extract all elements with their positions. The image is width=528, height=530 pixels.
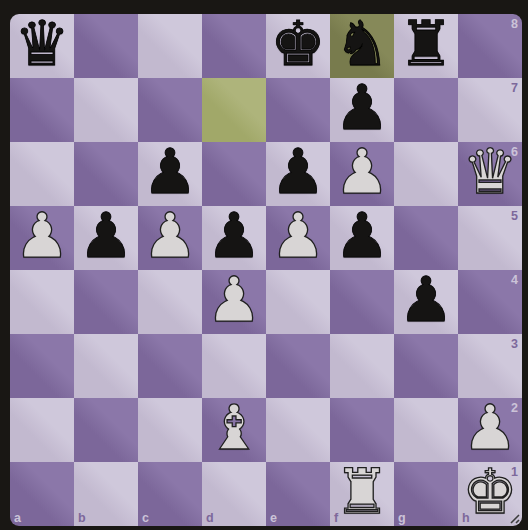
piece-white-queen[interactable]: ♛ [462,140,518,204]
square-g8[interactable]: ♜ [394,14,458,78]
square-a5[interactable]: ♟ [10,206,74,270]
square-h5[interactable]: 5 [458,206,522,270]
square-b4[interactable] [74,270,138,334]
piece-black-pawn[interactable]: ♟ [78,204,134,268]
square-d3[interactable] [202,334,266,398]
square-c2[interactable] [138,398,202,462]
piece-white-pawn[interactable]: ♟ [142,204,198,268]
square-g6[interactable] [394,142,458,206]
piece-black-queen[interactable]: ♛ [14,14,70,76]
square-g2[interactable] [394,398,458,462]
square-d8[interactable] [202,14,266,78]
square-e1[interactable]: e [266,462,330,526]
square-a8[interactable]: ♛ [10,14,74,78]
square-e6[interactable]: ♟ [266,142,330,206]
square-g4[interactable]: ♟ [394,270,458,334]
square-a4[interactable] [10,270,74,334]
square-c5[interactable]: ♟ [138,206,202,270]
piece-white-pawn[interactable]: ♟ [14,204,70,268]
piece-black-pawn[interactable]: ♟ [398,268,454,332]
square-d7[interactable] [202,78,266,142]
file-label-d: d [206,511,214,525]
square-d1[interactable]: d [202,462,266,526]
square-f5[interactable]: ♟ [330,206,394,270]
page-background: ♛♚♞♜8♟7♟♟♟♛6♟♟♟♟♟♟5♟♟43♝♟2abcde♜fg♚1h [0,0,528,530]
square-h2[interactable]: ♟2 [458,398,522,462]
piece-black-pawn[interactable]: ♟ [270,140,326,204]
square-e3[interactable] [266,334,330,398]
square-e5[interactable]: ♟ [266,206,330,270]
square-f2[interactable] [330,398,394,462]
piece-black-pawn[interactable]: ♟ [334,204,390,268]
square-e4[interactable] [266,270,330,334]
square-f4[interactable] [330,270,394,334]
square-g1[interactable]: g [394,462,458,526]
square-e8[interactable]: ♚ [266,14,330,78]
square-b8[interactable] [74,14,138,78]
chess-board: ♛♚♞♜8♟7♟♟♟♛6♟♟♟♟♟♟5♟♟43♝♟2abcde♜fg♚1h [10,14,522,526]
square-f1[interactable]: ♜f [330,462,394,526]
file-label-h: h [462,511,470,525]
piece-white-rook[interactable]: ♜ [334,460,390,524]
file-label-a: a [14,511,21,525]
square-f8[interactable]: ♞ [330,14,394,78]
square-a2[interactable] [10,398,74,462]
square-e7[interactable] [266,78,330,142]
file-label-g: g [398,511,406,525]
square-d6[interactable] [202,142,266,206]
piece-white-bishop[interactable]: ♝ [206,396,262,460]
square-e2[interactable] [266,398,330,462]
square-a7[interactable] [10,78,74,142]
square-c4[interactable] [138,270,202,334]
file-label-c: c [142,511,149,525]
square-h7[interactable]: 7 [458,78,522,142]
square-b2[interactable] [74,398,138,462]
square-c3[interactable] [138,334,202,398]
square-b3[interactable] [74,334,138,398]
rank-label-2: 2 [511,401,518,415]
rank-label-1: 1 [511,465,518,479]
piece-black-king[interactable]: ♚ [270,14,326,76]
square-f3[interactable] [330,334,394,398]
file-label-f: f [334,511,338,525]
square-a1[interactable]: a [10,462,74,526]
square-b5[interactable]: ♟ [74,206,138,270]
square-a3[interactable] [10,334,74,398]
square-h3[interactable]: 3 [458,334,522,398]
square-g5[interactable] [394,206,458,270]
file-label-e: e [270,511,277,525]
square-g7[interactable] [394,78,458,142]
rank-label-7: 7 [511,81,518,95]
piece-white-pawn[interactable]: ♟ [462,396,518,460]
square-c8[interactable] [138,14,202,78]
piece-white-pawn[interactable]: ♟ [334,140,390,204]
square-c1[interactable]: c [138,462,202,526]
piece-black-rook[interactable]: ♜ [398,14,454,76]
square-f7[interactable]: ♟ [330,78,394,142]
square-b1[interactable]: b [74,462,138,526]
square-d2[interactable]: ♝ [202,398,266,462]
piece-black-knight[interactable]: ♞ [334,14,390,76]
rank-label-4: 4 [511,273,518,287]
piece-white-pawn[interactable]: ♟ [206,268,262,332]
square-d5[interactable]: ♟ [202,206,266,270]
square-d4[interactable]: ♟ [202,270,266,334]
square-g3[interactable] [394,334,458,398]
square-a6[interactable] [10,142,74,206]
file-label-b: b [78,511,86,525]
piece-black-pawn[interactable]: ♟ [142,140,198,204]
square-c7[interactable] [138,78,202,142]
square-b7[interactable] [74,78,138,142]
square-f6[interactable]: ♟ [330,142,394,206]
square-h4[interactable]: 4 [458,270,522,334]
rank-label-8: 8 [511,17,518,31]
piece-white-pawn[interactable]: ♟ [270,204,326,268]
board-resize-handle[interactable] [506,510,520,524]
square-h8[interactable]: 8 [458,14,522,78]
rank-label-3: 3 [511,337,518,351]
square-c6[interactable]: ♟ [138,142,202,206]
rank-label-5: 5 [511,209,518,223]
square-b6[interactable] [74,142,138,206]
rank-label-6: 6 [511,145,518,159]
piece-black-pawn[interactable]: ♟ [206,204,262,268]
square-h6[interactable]: ♛6 [458,142,522,206]
piece-black-pawn[interactable]: ♟ [334,76,390,140]
